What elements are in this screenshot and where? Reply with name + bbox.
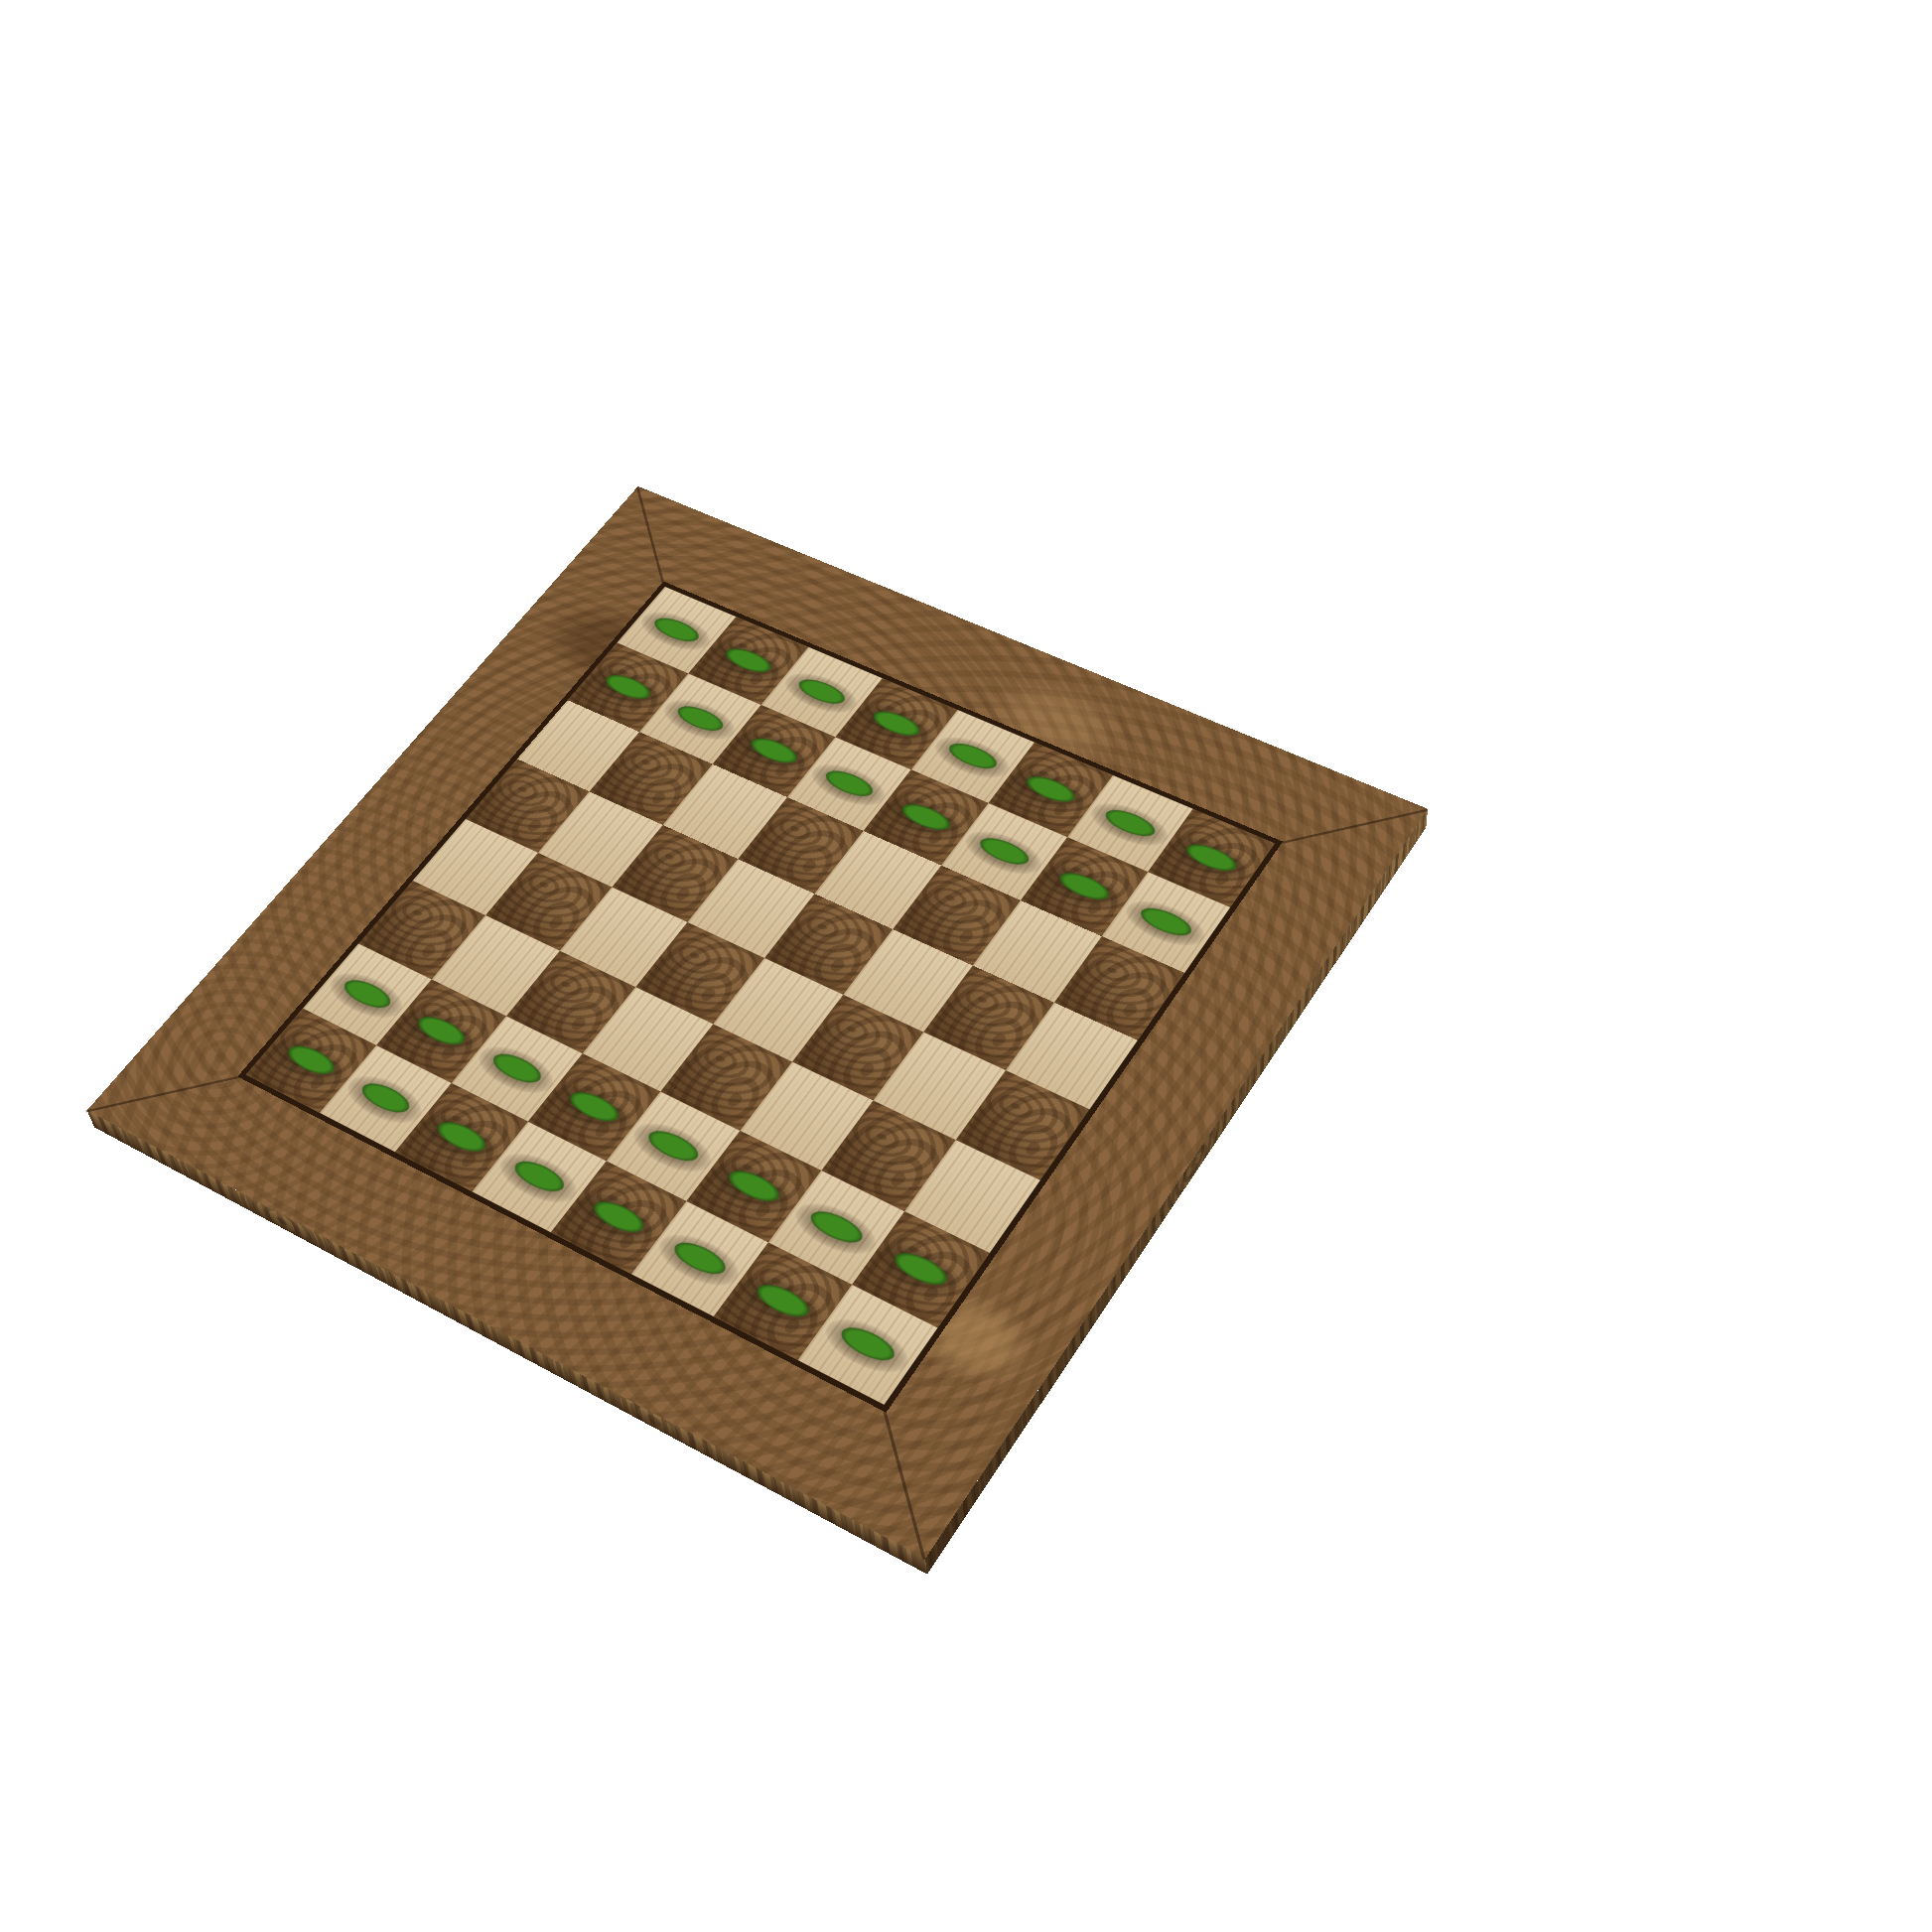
piece-shadow: [489, 1144, 586, 1211]
photo-scene: ♜♞♝♛♚♝♞♜♟♟♟♟♟♟♟♟♟♟♟♟♟♟♟♟♜♞♝♛♚♝♞♜: [0, 0, 1932, 1932]
piece-shadow: [584, 661, 671, 716]
piece-shadow: [1163, 829, 1258, 890]
frame-mitre-seam: [636, 486, 665, 585]
frame-mitre-seam: [1278, 809, 1428, 845]
square-b1: ♞: [320, 1045, 452, 1152]
square-g8: ♞: [1067, 775, 1193, 872]
piece-shadow: [803, 757, 895, 814]
square-a2: ♟: [303, 943, 432, 1044]
piece-shadow: [394, 1001, 487, 1064]
piece-shadow: [469, 1037, 563, 1102]
piece-shadow: [321, 964, 412, 1027]
frame-mitre-seam: [883, 1410, 926, 1561]
frame-mitre-seam: [86, 1075, 241, 1112]
piece-shadow: [1117, 893, 1213, 954]
piece-shadow: [729, 724, 818, 780]
chess-board: ♜♞♝♛♚♝♞♜♟♟♟♟♟♟♟♟♟♟♟♟♟♟♟♟♜♞♝♛♚♝♞♜: [87, 486, 1428, 1559]
square-e4: [713, 958, 843, 1062]
piece-shadow: [264, 1030, 356, 1093]
piece-shadow: [1036, 858, 1132, 918]
